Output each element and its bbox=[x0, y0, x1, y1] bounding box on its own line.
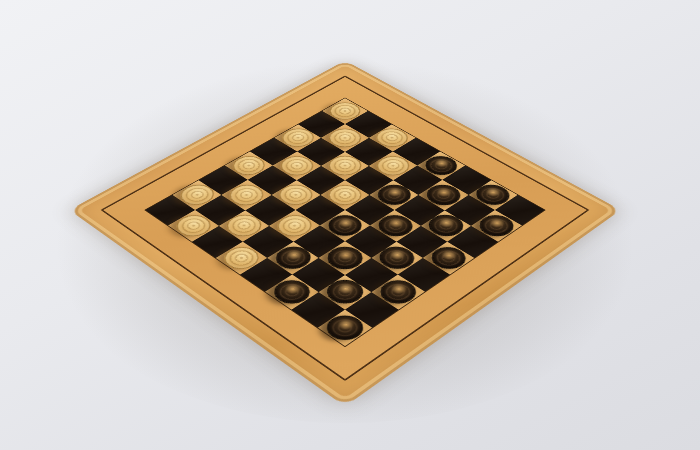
square-e3[interactable] bbox=[294, 226, 345, 258]
square-g1[interactable] bbox=[291, 292, 345, 328]
square-g6[interactable] bbox=[421, 210, 471, 241]
dark-checker[interactable] bbox=[373, 275, 424, 308]
dark-checker[interactable] bbox=[266, 275, 317, 308]
light-checker[interactable] bbox=[220, 211, 268, 241]
square-h7[interactable] bbox=[471, 210, 521, 241]
product-photo-scene: { "game": "checkers", "scene": { "descri… bbox=[0, 0, 700, 450]
square-f5[interactable] bbox=[370, 210, 420, 241]
square-g2[interactable] bbox=[318, 275, 371, 310]
square-d3[interactable] bbox=[269, 210, 319, 241]
dark-checker[interactable] bbox=[319, 310, 371, 345]
square-g5[interactable] bbox=[396, 226, 447, 258]
square-e4[interactable] bbox=[320, 210, 370, 241]
square-h3[interactable] bbox=[372, 275, 425, 310]
square-f2[interactable] bbox=[293, 258, 345, 292]
square-g3[interactable] bbox=[345, 258, 397, 292]
square-e1[interactable] bbox=[240, 258, 292, 292]
light-checker[interactable] bbox=[169, 211, 217, 241]
square-c1[interactable] bbox=[192, 226, 243, 258]
dark-checker[interactable] bbox=[472, 211, 520, 241]
square-e2[interactable] bbox=[267, 241, 319, 274]
dark-checker[interactable] bbox=[320, 242, 370, 274]
square-h4[interactable] bbox=[397, 258, 449, 292]
light-checker[interactable] bbox=[270, 211, 318, 241]
dark-checker[interactable] bbox=[321, 211, 369, 241]
dark-checker[interactable] bbox=[371, 211, 419, 241]
square-h2[interactable] bbox=[345, 292, 399, 328]
square-h1[interactable] bbox=[318, 309, 373, 346]
dark-checker[interactable] bbox=[422, 211, 470, 241]
square-f4[interactable] bbox=[345, 226, 396, 258]
square-d1[interactable] bbox=[216, 241, 268, 274]
square-h5[interactable] bbox=[423, 241, 475, 274]
light-checker[interactable] bbox=[217, 242, 267, 274]
square-g4[interactable] bbox=[371, 241, 423, 274]
dark-checker[interactable] bbox=[424, 242, 474, 274]
square-f3[interactable] bbox=[319, 241, 371, 274]
square-d2[interactable] bbox=[243, 226, 294, 258]
dark-checker[interactable] bbox=[268, 242, 318, 274]
square-b1[interactable] bbox=[168, 210, 218, 241]
dark-checker[interactable] bbox=[320, 275, 371, 308]
square-c2[interactable] bbox=[219, 210, 269, 241]
square-h6[interactable] bbox=[447, 226, 498, 258]
square-f1[interactable] bbox=[265, 275, 318, 310]
dark-checker[interactable] bbox=[372, 242, 422, 274]
